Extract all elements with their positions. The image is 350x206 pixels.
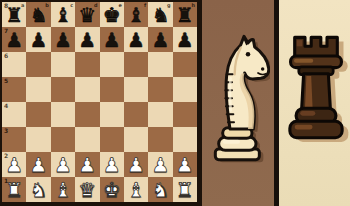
- square-h4[interactable]: [173, 102, 197, 127]
- square-a7[interactable]: 7♟: [2, 27, 26, 52]
- file-label: f: [144, 3, 146, 8]
- square-c4[interactable]: [51, 102, 75, 127]
- square-h3[interactable]: [173, 127, 197, 152]
- square-b5[interactable]: [26, 77, 50, 102]
- square-e8[interactable]: e♚: [100, 2, 124, 27]
- file-label: g: [167, 3, 171, 8]
- piece-black-pawn: ♟: [78, 30, 96, 50]
- square-a8[interactable]: 8a♜: [2, 2, 26, 27]
- rank-label: 3: [4, 128, 8, 134]
- piece-white-knight: ♞: [30, 180, 48, 200]
- square-e3[interactable]: [100, 127, 124, 152]
- square-c8[interactable]: c♝: [51, 2, 75, 27]
- file-label: e: [118, 3, 121, 8]
- square-d5[interactable]: [75, 77, 99, 102]
- piece-white-pawn: ♟: [127, 155, 145, 175]
- piece-black-pawn: ♟: [127, 30, 145, 50]
- square-c6[interactable]: [51, 52, 75, 77]
- board-frame: 8a♜b♞c♝d♛e♚f♝g♞h♜7♟♟♟♟♟♟♟♟65432♟♟♟♟♟♟♟♟1…: [0, 0, 202, 206]
- piece-white-knight: ♞: [151, 180, 169, 200]
- square-a4[interactable]: 4: [2, 102, 26, 127]
- square-g2[interactable]: ♟: [148, 152, 172, 177]
- square-g6[interactable]: [148, 52, 172, 77]
- rank-label: 4: [4, 103, 8, 109]
- square-g5[interactable]: [148, 77, 172, 102]
- square-c2[interactable]: ♟: [51, 152, 75, 177]
- rank-label: 2: [4, 153, 8, 159]
- square-h2[interactable]: ♟: [173, 152, 197, 177]
- piece-black-pawn: ♟: [103, 30, 121, 50]
- piece-white-pawn: ♟: [176, 155, 194, 175]
- square-h8[interactable]: h♜: [173, 2, 197, 27]
- square-b4[interactable]: [26, 102, 50, 127]
- square-b6[interactable]: [26, 52, 50, 77]
- square-h7[interactable]: ♟: [173, 27, 197, 52]
- piece-white-pawn: ♟: [103, 155, 121, 175]
- piece-white-king: ♚: [103, 180, 121, 200]
- piece-black-bishop: ♝: [127, 5, 145, 25]
- square-d8[interactable]: d♛: [75, 2, 99, 27]
- piece-white-pawn: ♟: [54, 155, 72, 175]
- piece-white-pawn: ♟: [151, 155, 169, 175]
- piece-white-bishop: ♝: [127, 180, 145, 200]
- square-g1[interactable]: ♞: [148, 177, 172, 202]
- square-b7[interactable]: ♟: [26, 27, 50, 52]
- rank-label: 1: [4, 178, 8, 184]
- square-c7[interactable]: ♟: [51, 27, 75, 52]
- square-a3[interactable]: 3: [2, 127, 26, 152]
- square-g8[interactable]: g♞: [148, 2, 172, 27]
- piece-white-pawn: ♟: [78, 155, 96, 175]
- piece-white-queen: ♛: [78, 180, 96, 200]
- square-f1[interactable]: ♝: [124, 177, 148, 202]
- square-f4[interactable]: [124, 102, 148, 127]
- rank-label: 8: [4, 3, 8, 9]
- square-a5[interactable]: 5: [2, 77, 26, 102]
- chess-board: 8a♜b♞c♝d♛e♚f♝g♞h♜7♟♟♟♟♟♟♟♟65432♟♟♟♟♟♟♟♟1…: [2, 2, 197, 202]
- file-label: h: [191, 3, 195, 8]
- piece-white-rook: ♜: [176, 180, 194, 200]
- square-f3[interactable]: [124, 127, 148, 152]
- square-h5[interactable]: [173, 77, 197, 102]
- square-c3[interactable]: [51, 127, 75, 152]
- square-g3[interactable]: [148, 127, 172, 152]
- square-e2[interactable]: ♟: [100, 152, 124, 177]
- chess-app: 8a♜b♞c♝d♛e♚f♝g♞h♜7♟♟♟♟♟♟♟♟65432♟♟♟♟♟♟♟♟1…: [0, 0, 350, 206]
- square-f2[interactable]: ♟: [124, 152, 148, 177]
- square-e7[interactable]: ♟: [100, 27, 124, 52]
- square-b3[interactable]: [26, 127, 50, 152]
- square-f5[interactable]: [124, 77, 148, 102]
- rank-label: 7: [4, 28, 8, 34]
- square-c1[interactable]: ♝: [51, 177, 75, 202]
- square-d1[interactable]: ♛: [75, 177, 99, 202]
- square-d3[interactable]: [75, 127, 99, 152]
- piece-white-pawn: ♟: [30, 155, 48, 175]
- square-g4[interactable]: [148, 102, 172, 127]
- white-knight-icon: [206, 22, 270, 172]
- square-f8[interactable]: f♝: [124, 2, 148, 27]
- square-a1[interactable]: 1♜: [2, 177, 26, 202]
- piece-black-pawn: ♟: [176, 30, 194, 50]
- square-h6[interactable]: [173, 52, 197, 77]
- rank-label: 5: [4, 78, 8, 84]
- square-e5[interactable]: [100, 77, 124, 102]
- square-b2[interactable]: ♟: [26, 152, 50, 177]
- piece-white-bishop: ♝: [54, 180, 72, 200]
- square-c5[interactable]: [51, 77, 75, 102]
- dark-rook-icon: [283, 28, 349, 154]
- square-a2[interactable]: 2♟: [2, 152, 26, 177]
- square-b1[interactable]: ♞: [26, 177, 50, 202]
- square-f7[interactable]: ♟: [124, 27, 148, 52]
- square-g7[interactable]: ♟: [148, 27, 172, 52]
- square-e4[interactable]: [100, 102, 124, 127]
- file-label: c: [70, 3, 73, 8]
- square-d4[interactable]: [75, 102, 99, 127]
- file-label: d: [94, 3, 98, 8]
- panel-rook-half: [279, 0, 350, 206]
- file-label: a: [21, 3, 24, 8]
- piece-black-pawn: ♟: [30, 30, 48, 50]
- square-b8[interactable]: b♞: [26, 2, 50, 27]
- panel-knight-half: [202, 0, 274, 206]
- rank-label: 6: [4, 53, 8, 59]
- square-e1[interactable]: ♚: [100, 177, 124, 202]
- square-e6[interactable]: [100, 52, 124, 77]
- piece-black-pawn: ♟: [151, 30, 169, 50]
- square-d6[interactable]: [75, 52, 99, 77]
- square-d2[interactable]: ♟: [75, 152, 99, 177]
- square-d7[interactable]: ♟: [75, 27, 99, 52]
- file-label: b: [45, 3, 49, 8]
- square-f6[interactable]: [124, 52, 148, 77]
- piece-black-pawn: ♟: [54, 30, 72, 50]
- side-panel: [202, 0, 350, 206]
- square-a6[interactable]: 6: [2, 52, 26, 77]
- square-h1[interactable]: ♜: [173, 177, 197, 202]
